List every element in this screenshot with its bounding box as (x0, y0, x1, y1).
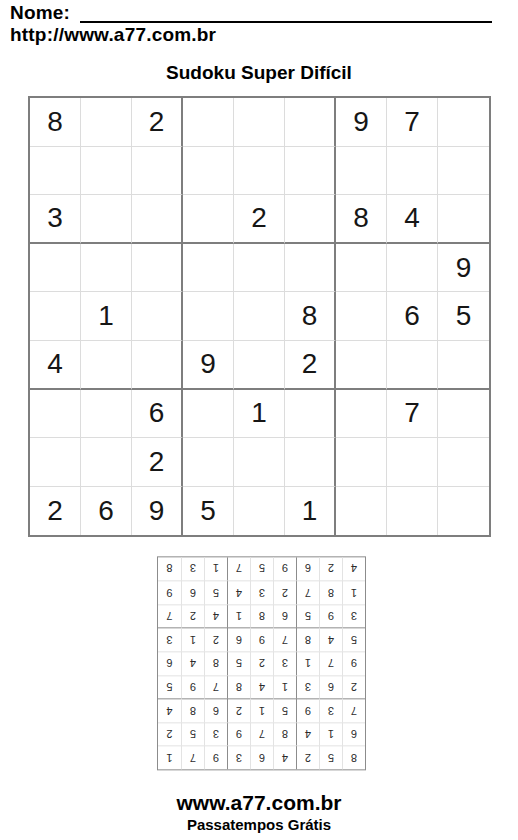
puzzle-cell-r3c6 (285, 195, 336, 244)
puzzle-cell-r1c3: 2 (132, 98, 183, 147)
printable-sudoku-page: { "game": "sudoku", "position": "8.2...9… (0, 0, 518, 840)
puzzle-cell-r6c7 (336, 341, 387, 390)
solution-cell-r3c4: 5 (273, 699, 296, 723)
puzzle-grid: 8297328491865492617226951 (28, 96, 491, 537)
solution-cell-r6c8: 1 (181, 628, 204, 652)
puzzle-cell-r4c1 (30, 244, 81, 293)
solution-cell-r2c9: 2 (158, 722, 181, 746)
solution-cell-r5c4: 3 (273, 651, 296, 675)
solution-cell-r7c3: 5 (296, 604, 319, 628)
puzzle-cell-r2c3 (132, 147, 183, 196)
puzzle-cell-r6c6: 2 (285, 341, 336, 390)
solution-cell-r3c3: 9 (296, 699, 319, 723)
solution-cell-r2c8: 5 (181, 722, 204, 746)
solution-cell-r2c4: 8 (273, 722, 296, 746)
solution-cell-r9c4: 9 (273, 557, 296, 581)
puzzle-cell-r7c3: 6 (132, 390, 183, 439)
solution-cell-r2c1: 6 (342, 722, 365, 746)
solution-cell-r1c7: 9 (204, 746, 227, 770)
solution-cell-r1c4: 4 (273, 746, 296, 770)
puzzle-cell-r9c2: 6 (81, 487, 132, 536)
solution-cell-r3c6: 2 (227, 699, 250, 723)
solution-cell-r2c2: 1 (319, 722, 342, 746)
solution-cell-r8c4: 2 (273, 581, 296, 605)
puzzle-cell-r2c6 (285, 147, 336, 196)
puzzle-cell-r3c4 (183, 195, 234, 244)
puzzle-cell-r4c3 (132, 244, 183, 293)
puzzle-cell-r1c5 (234, 98, 285, 147)
puzzle-cell-r8c9 (438, 438, 489, 487)
solution-cell-r3c7: 6 (204, 699, 227, 723)
solution-cell-r7c7: 4 (204, 604, 227, 628)
solution-cell-r1c6: 3 (227, 746, 250, 770)
footer-site: www.a77.com.br (0, 791, 518, 815)
solution-cell-r7c6: 1 (227, 604, 250, 628)
puzzle-cell-r2c1 (30, 147, 81, 196)
solution-cell-r3c9: 4 (158, 699, 181, 723)
solution-cell-r6c5: 9 (250, 628, 273, 652)
puzzle-cell-r5c2: 1 (81, 292, 132, 341)
solution-cell-r6c6: 6 (227, 628, 250, 652)
solution-cell-r7c1: 3 (342, 604, 365, 628)
puzzle-cell-r5c1 (30, 292, 81, 341)
puzzle-cell-r9c3: 9 (132, 487, 183, 536)
solution-cell-r1c2: 5 (319, 746, 342, 770)
puzzle-cell-r6c3 (132, 341, 183, 390)
solution-cell-r7c8: 2 (181, 604, 204, 628)
name-blank-line (80, 21, 492, 23)
puzzle-cell-r3c8: 4 (387, 195, 438, 244)
footer-tagline: Passatempos Grátis (0, 816, 518, 833)
puzzle-cell-r5c9: 5 (438, 292, 489, 341)
solution-cell-r9c2: 2 (319, 557, 342, 581)
solution-cell-r6c2: 4 (319, 628, 342, 652)
solution-cell-r2c5: 7 (250, 722, 273, 746)
puzzle-cell-r4c5 (234, 244, 285, 293)
solution-cell-r1c9: 1 (158, 746, 181, 770)
puzzle-cell-r9c5 (234, 487, 285, 536)
solution-cell-r1c5: 6 (250, 746, 273, 770)
puzzle-cell-r4c2 (81, 244, 132, 293)
solution-cell-r4c6: 8 (227, 675, 250, 699)
puzzle-cell-r6c8 (387, 341, 438, 390)
puzzle-cell-r5c3 (132, 292, 183, 341)
puzzle-cell-r3c7: 8 (336, 195, 387, 244)
puzzle-cell-r2c9 (438, 147, 489, 196)
solution-cell-r1c3: 2 (296, 746, 319, 770)
puzzle-cell-r9c7 (336, 487, 387, 536)
solution-cell-r9c5: 5 (250, 557, 273, 581)
solution-cell-r3c8: 8 (181, 699, 204, 723)
puzzle-cell-r6c9 (438, 341, 489, 390)
solution-cell-r8c1: 1 (342, 581, 365, 605)
puzzle-cell-r2c2 (81, 147, 132, 196)
puzzle-cell-r7c7 (336, 390, 387, 439)
puzzle-cell-r9c8 (387, 487, 438, 536)
puzzle-cell-r5c7 (336, 292, 387, 341)
puzzle-title: Sudoku Super Difícil (0, 62, 518, 84)
solution-cell-r4c5: 4 (250, 675, 273, 699)
solution-cell-r4c4: 1 (273, 675, 296, 699)
solution-cell-r9c8: 3 (181, 557, 204, 581)
solution-cell-r6c3: 8 (296, 628, 319, 652)
puzzle-cell-r6c5 (234, 341, 285, 390)
puzzle-cell-r3c3 (132, 195, 183, 244)
puzzle-cell-r2c7 (336, 147, 387, 196)
name-label: Nome: (10, 2, 70, 24)
solution-cell-r5c7: 8 (204, 651, 227, 675)
puzzle-cell-r8c1 (30, 438, 81, 487)
puzzle-cell-r3c9 (438, 195, 489, 244)
puzzle-cell-r2c5 (234, 147, 285, 196)
puzzle-cell-r9c4: 5 (183, 487, 234, 536)
puzzle-cell-r8c4 (183, 438, 234, 487)
puzzle-cell-r9c9 (438, 487, 489, 536)
solution-cell-r5c2: 7 (319, 651, 342, 675)
puzzle-cell-r4c9: 9 (438, 244, 489, 293)
solution-cell-r8c5: 3 (250, 581, 273, 605)
solution-cell-r8c2: 8 (319, 581, 342, 605)
solution-cell-r6c9: 3 (158, 628, 181, 652)
solution-cell-r4c8: 9 (181, 675, 204, 699)
puzzle-cell-r8c8 (387, 438, 438, 487)
puzzle-cell-r4c8 (387, 244, 438, 293)
puzzle-cell-r1c2 (81, 98, 132, 147)
solution-cell-r9c1: 4 (342, 557, 365, 581)
solution-cell-r5c1: 9 (342, 651, 365, 675)
solution-cell-r8c3: 7 (296, 581, 319, 605)
puzzle-cell-r7c1 (30, 390, 81, 439)
puzzle-cell-r8c6 (285, 438, 336, 487)
solution-cell-r9c3: 6 (296, 557, 319, 581)
puzzle-cell-r4c7 (336, 244, 387, 293)
solution-cell-r8c9: 9 (158, 581, 181, 605)
puzzle-cell-r6c2 (81, 341, 132, 390)
solution-cell-r1c8: 7 (181, 746, 204, 770)
puzzle-cell-r4c6 (285, 244, 336, 293)
puzzle-cell-r4c4 (183, 244, 234, 293)
solution-cell-r4c9: 5 (158, 675, 181, 699)
puzzle-cell-r7c4 (183, 390, 234, 439)
solution-cell-r8c7: 5 (204, 581, 227, 605)
puzzle-cell-r8c5 (234, 438, 285, 487)
solution-cell-r5c6: 5 (227, 651, 250, 675)
solution-cell-r5c3: 1 (296, 651, 319, 675)
solution-cell-r9c9: 8 (158, 557, 181, 581)
solution-grid: 8524639716148793527395126842631487959713… (157, 556, 366, 770)
solution-cell-r4c7: 7 (204, 675, 227, 699)
puzzle-cell-r7c9 (438, 390, 489, 439)
puzzle-cell-r5c6: 8 (285, 292, 336, 341)
puzzle-cell-r1c4 (183, 98, 234, 147)
puzzle-cell-r7c8: 7 (387, 390, 438, 439)
solution-cell-r4c3: 3 (296, 675, 319, 699)
solution-cell-r3c2: 3 (319, 699, 342, 723)
solution-cell-r5c9: 6 (158, 651, 181, 675)
puzzle-cell-r1c8: 7 (387, 98, 438, 147)
solution-cell-r2c7: 3 (204, 722, 227, 746)
puzzle-cell-r7c5: 1 (234, 390, 285, 439)
puzzle-cell-r8c7 (336, 438, 387, 487)
puzzle-cell-r8c3: 2 (132, 438, 183, 487)
solution-cell-r8c8: 6 (181, 581, 204, 605)
solution-cell-r5c8: 4 (181, 651, 204, 675)
puzzle-cell-r1c6 (285, 98, 336, 147)
puzzle-cell-r6c1: 4 (30, 341, 81, 390)
solution-cell-r7c5: 8 (250, 604, 273, 628)
puzzle-cell-r1c7: 9 (336, 98, 387, 147)
solution-cell-r4c2: 6 (319, 675, 342, 699)
solution-cell-r2c3: 4 (296, 722, 319, 746)
puzzle-cell-r7c2 (81, 390, 132, 439)
solution-cell-r9c6: 7 (227, 557, 250, 581)
solution-cell-r3c1: 7 (342, 699, 365, 723)
puzzle-cell-r8c2 (81, 438, 132, 487)
solution-cell-r2c6: 9 (227, 722, 250, 746)
puzzle-cell-r3c2 (81, 195, 132, 244)
solution-cell-r1c1: 8 (342, 746, 365, 770)
puzzle-cell-r5c5 (234, 292, 285, 341)
puzzle-cell-r1c9 (438, 98, 489, 147)
puzzle-cell-r2c8 (387, 147, 438, 196)
solution-cell-r7c2: 9 (319, 604, 342, 628)
puzzle-cell-r3c1: 3 (30, 195, 81, 244)
puzzle-cell-r3c5: 2 (234, 195, 285, 244)
puzzle-cell-r9c6: 1 (285, 487, 336, 536)
solution-cell-r9c7: 1 (204, 557, 227, 581)
solution-cell-r6c7: 2 (204, 628, 227, 652)
solution-cell-r3c5: 1 (250, 699, 273, 723)
puzzle-cell-r1c1: 8 (30, 98, 81, 147)
solution-cell-r6c4: 7 (273, 628, 296, 652)
solution-cell-r5c5: 2 (250, 651, 273, 675)
puzzle-cell-r7c6 (285, 390, 336, 439)
puzzle-cell-r2c4 (183, 147, 234, 196)
puzzle-cell-r6c4: 9 (183, 341, 234, 390)
solution-cell-r8c6: 4 (227, 581, 250, 605)
puzzle-cell-r5c4 (183, 292, 234, 341)
puzzle-cell-r9c1: 2 (30, 487, 81, 536)
solution-cell-r7c4: 6 (273, 604, 296, 628)
solution-cell-r4c1: 2 (342, 675, 365, 699)
solution-cell-r6c1: 5 (342, 628, 365, 652)
puzzle-cell-r5c8: 6 (387, 292, 438, 341)
site-url-text: http://www.a77.com.br (10, 24, 216, 46)
solution-cell-r7c9: 7 (158, 604, 181, 628)
